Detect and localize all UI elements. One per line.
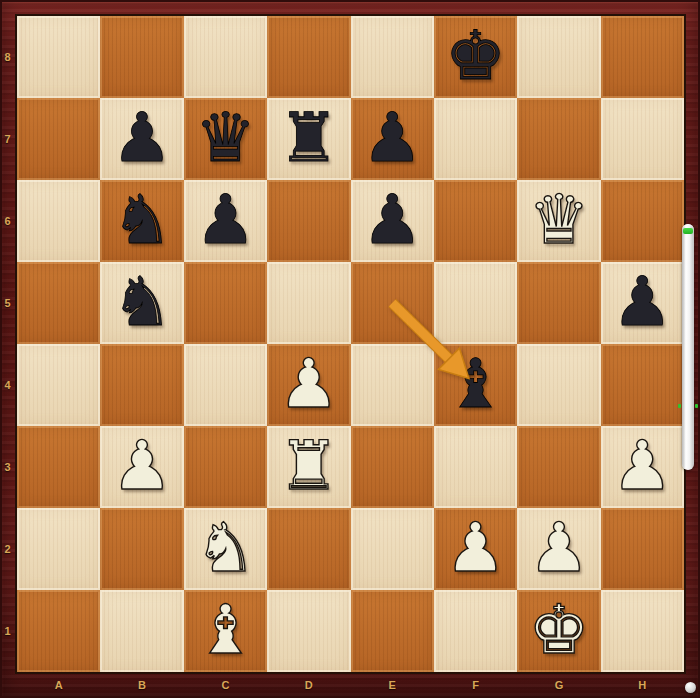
piece-black-queen-c7[interactable]: ♛ xyxy=(195,104,256,172)
file-label-a: A xyxy=(17,674,100,696)
piece-black-pawn-h5[interactable]: ♟ xyxy=(612,268,673,336)
rank-label-5: 5 xyxy=(0,262,15,344)
square-b8[interactable] xyxy=(100,16,183,98)
piece-black-knight-b5[interactable]: ♞ xyxy=(112,268,173,336)
square-c1[interactable]: ♝ xyxy=(184,590,267,672)
square-h2[interactable] xyxy=(601,508,684,590)
square-e5[interactable] xyxy=(351,262,434,344)
piece-white-pawn-f2[interactable]: ♟ xyxy=(445,514,506,582)
rank-labels: 87654321 xyxy=(0,16,15,672)
square-a3[interactable] xyxy=(17,426,100,508)
square-b1[interactable] xyxy=(100,590,183,672)
eval-slider-thumb[interactable] xyxy=(682,224,694,470)
square-f5[interactable] xyxy=(434,262,517,344)
file-labels: ABCDEFGH xyxy=(17,674,684,696)
square-e4[interactable] xyxy=(351,344,434,426)
piece-white-king-g1[interactable]: ♚ xyxy=(528,596,589,664)
square-h1[interactable] xyxy=(601,590,684,672)
square-e8[interactable] xyxy=(351,16,434,98)
piece-black-rook-d7[interactable]: ♜ xyxy=(278,104,339,172)
square-e2[interactable] xyxy=(351,508,434,590)
piece-white-pawn-h3[interactable]: ♟ xyxy=(612,432,673,500)
square-g5[interactable] xyxy=(517,262,600,344)
file-label-d: D xyxy=(267,674,350,696)
square-c4[interactable] xyxy=(184,344,267,426)
square-g8[interactable] xyxy=(517,16,600,98)
square-b3[interactable]: ♟ xyxy=(100,426,183,508)
slider-marker-right-icon xyxy=(695,404,698,408)
rank-label-2: 2 xyxy=(0,508,15,590)
rank-label-7: 7 xyxy=(0,98,15,180)
square-a8[interactable] xyxy=(17,16,100,98)
piece-black-king-f8[interactable]: ♚ xyxy=(445,22,506,90)
square-d8[interactable] xyxy=(267,16,350,98)
square-g2[interactable]: ♟ xyxy=(517,508,600,590)
square-h5[interactable]: ♟ xyxy=(601,262,684,344)
square-d5[interactable] xyxy=(267,262,350,344)
rank-label-4: 4 xyxy=(0,344,15,426)
square-c3[interactable] xyxy=(184,426,267,508)
corner-handle-ball[interactable] xyxy=(685,682,696,693)
file-label-h: H xyxy=(601,674,684,696)
square-e1[interactable] xyxy=(351,590,434,672)
square-b5[interactable]: ♞ xyxy=(100,262,183,344)
eval-slider-accent xyxy=(683,228,693,234)
piece-white-pawn-b3[interactable]: ♟ xyxy=(112,432,173,500)
file-label-f: F xyxy=(434,674,517,696)
square-c2[interactable]: ♞ xyxy=(184,508,267,590)
square-g4[interactable] xyxy=(517,344,600,426)
square-f7[interactable] xyxy=(434,98,517,180)
square-a5[interactable] xyxy=(17,262,100,344)
rank-label-1: 1 xyxy=(0,590,15,672)
square-c5[interactable] xyxy=(184,262,267,344)
square-g1[interactable]: ♚ xyxy=(517,590,600,672)
square-h6[interactable] xyxy=(601,180,684,262)
piece-white-pawn-g2[interactable]: ♟ xyxy=(528,514,589,582)
piece-white-rook-d3[interactable]: ♜ xyxy=(278,432,339,500)
rank-label-8: 8 xyxy=(0,16,15,98)
square-f3[interactable] xyxy=(434,426,517,508)
square-h7[interactable] xyxy=(601,98,684,180)
square-c8[interactable] xyxy=(184,16,267,98)
piece-white-knight-c2[interactable]: ♞ xyxy=(195,514,256,582)
file-label-g: G xyxy=(517,674,600,696)
square-a4[interactable] xyxy=(17,344,100,426)
chess-app-window: ♚♟♛♜♟♞♟♟♛♞♟♟♝♟♜♟♞♟♟♝♚ 87654321 ABCDEFGH xyxy=(0,0,700,698)
square-c7[interactable]: ♛ xyxy=(184,98,267,180)
square-d7[interactable]: ♜ xyxy=(267,98,350,180)
square-b4[interactable] xyxy=(100,344,183,426)
square-c6[interactable]: ♟ xyxy=(184,180,267,262)
piece-black-pawn-e7[interactable]: ♟ xyxy=(362,104,423,172)
piece-black-bishop-f4[interactable]: ♝ xyxy=(445,350,506,418)
file-label-c: C xyxy=(184,674,267,696)
square-g7[interactable] xyxy=(517,98,600,180)
piece-black-pawn-c6[interactable]: ♟ xyxy=(195,186,256,254)
square-a1[interactable] xyxy=(17,590,100,672)
piece-black-pawn-e6[interactable]: ♟ xyxy=(362,186,423,254)
square-b2[interactable] xyxy=(100,508,183,590)
slider-marker-left-icon xyxy=(678,404,681,408)
piece-white-bishop-c1[interactable]: ♝ xyxy=(195,596,256,664)
square-h4[interactable] xyxy=(601,344,684,426)
square-a7[interactable] xyxy=(17,98,100,180)
square-g3[interactable] xyxy=(517,426,600,508)
chess-board[interactable]: ♚♟♛♜♟♞♟♟♛♞♟♟♝♟♜♟♞♟♟♝♚ xyxy=(15,14,686,674)
square-f6[interactable] xyxy=(434,180,517,262)
square-f1[interactable] xyxy=(434,590,517,672)
square-d2[interactable] xyxy=(267,508,350,590)
square-d6[interactable] xyxy=(267,180,350,262)
square-f2[interactable]: ♟ xyxy=(434,508,517,590)
square-f8[interactable]: ♚ xyxy=(434,16,517,98)
rank-label-6: 6 xyxy=(0,180,15,262)
square-b6[interactable]: ♞ xyxy=(100,180,183,262)
piece-black-knight-b6[interactable]: ♞ xyxy=(112,186,173,254)
square-b7[interactable]: ♟ xyxy=(100,98,183,180)
piece-white-pawn-d4[interactable]: ♟ xyxy=(278,350,339,418)
piece-white-queen-g6[interactable]: ♛ xyxy=(528,186,589,254)
square-h8[interactable] xyxy=(601,16,684,98)
square-e7[interactable]: ♟ xyxy=(351,98,434,180)
file-label-b: B xyxy=(100,674,183,696)
square-d4[interactable]: ♟ xyxy=(267,344,350,426)
file-label-e: E xyxy=(351,674,434,696)
square-e6[interactable]: ♟ xyxy=(351,180,434,262)
square-h3[interactable]: ♟ xyxy=(601,426,684,508)
piece-black-pawn-b7[interactable]: ♟ xyxy=(112,104,173,172)
square-g6[interactable]: ♛ xyxy=(517,180,600,262)
square-a2[interactable] xyxy=(17,508,100,590)
square-a6[interactable] xyxy=(17,180,100,262)
square-d1[interactable] xyxy=(267,590,350,672)
square-e3[interactable] xyxy=(351,426,434,508)
square-d3[interactable]: ♜ xyxy=(267,426,350,508)
square-f4[interactable]: ♝ xyxy=(434,344,517,426)
rank-label-3: 3 xyxy=(0,426,15,508)
